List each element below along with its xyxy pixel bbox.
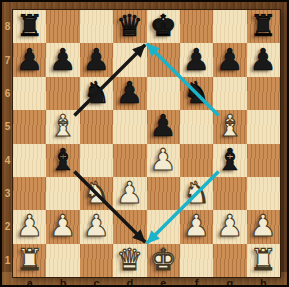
square-d6[interactable]: ♟	[113, 77, 146, 110]
square-h6[interactable]	[247, 77, 280, 110]
square-d2[interactable]	[113, 210, 146, 243]
square-c2[interactable]: ♟	[80, 210, 113, 243]
square-g8[interactable]	[213, 10, 246, 43]
rank-label-8: 8	[2, 10, 13, 43]
piece-black-pawn[interactable]: ♟	[183, 43, 210, 76]
file-label-h: h	[247, 277, 280, 287]
piece-black-pawn[interactable]: ♟	[250, 43, 277, 76]
rank-label-3: 3	[2, 177, 13, 210]
square-d7[interactable]	[113, 43, 146, 76]
square-h2[interactable]: ♟	[247, 210, 280, 243]
square-a1[interactable]: ♜	[13, 244, 46, 277]
square-e1[interactable]: ♚	[147, 244, 180, 277]
square-h7[interactable]: ♟	[247, 43, 280, 76]
piece-black-bishop[interactable]: ♝	[50, 143, 77, 176]
piece-black-pawn[interactable]: ♟	[116, 76, 143, 109]
piece-white-knight[interactable]: ♞	[183, 176, 210, 209]
square-g1[interactable]	[213, 244, 246, 277]
square-d4[interactable]	[113, 144, 146, 177]
square-d5[interactable]	[113, 110, 146, 143]
square-h4[interactable]	[247, 144, 280, 177]
square-g5[interactable]: ♝	[213, 110, 246, 143]
square-g2[interactable]: ♟	[213, 210, 246, 243]
square-h3[interactable]	[247, 177, 280, 210]
square-a2[interactable]: ♟	[13, 210, 46, 243]
square-b1[interactable]	[46, 244, 79, 277]
square-e2[interactable]	[147, 210, 180, 243]
square-h1[interactable]: ♜	[247, 244, 280, 277]
piece-white-bishop[interactable]: ♝	[50, 109, 77, 142]
file-label-f: f	[180, 277, 213, 287]
square-b6[interactable]	[46, 77, 79, 110]
square-g6[interactable]	[213, 77, 246, 110]
piece-black-pawn[interactable]: ♟	[216, 43, 243, 76]
piece-black-rook[interactable]: ♜	[16, 9, 43, 42]
piece-black-pawn[interactable]: ♟	[16, 43, 43, 76]
rank-labels: 87654321	[2, 10, 13, 277]
square-e8[interactable]: ♚	[147, 10, 180, 43]
piece-white-queen[interactable]: ♛	[116, 243, 143, 276]
square-g7[interactable]: ♟	[213, 43, 246, 76]
rank-label-2: 2	[2, 210, 13, 243]
piece-black-pawn[interactable]: ♟	[150, 109, 177, 142]
square-b7[interactable]: ♟	[46, 43, 79, 76]
piece-white-pawn[interactable]: ♟	[250, 209, 277, 242]
square-h8[interactable]: ♜	[247, 10, 280, 43]
square-c8[interactable]	[80, 10, 113, 43]
rank-label-6: 6	[2, 77, 13, 110]
square-b8[interactable]	[46, 10, 79, 43]
square-g3[interactable]	[213, 177, 246, 210]
square-c3[interactable]: ♞	[80, 177, 113, 210]
square-b3[interactable]	[46, 177, 79, 210]
square-b2[interactable]: ♟	[46, 210, 79, 243]
square-c5[interactable]	[80, 110, 113, 143]
file-labels: abcdefgh	[13, 277, 280, 287]
file-label-c: c	[80, 277, 113, 287]
piece-black-knight[interactable]: ♞	[183, 76, 210, 109]
piece-black-knight[interactable]: ♞	[83, 76, 110, 109]
chessboard: ♜♛♚♜♟♟♟♟♟♟♞♟♞♝♟♝♝♟♝♞♟♞♟♟♟♟♟♟♜♛♚♜	[13, 10, 280, 277]
file-label-a: a	[13, 277, 46, 287]
square-c7[interactable]: ♟	[80, 43, 113, 76]
rank-label-7: 7	[2, 43, 13, 76]
square-d8[interactable]: ♛	[113, 10, 146, 43]
square-a7[interactable]: ♟	[13, 43, 46, 76]
square-f8[interactable]	[180, 10, 213, 43]
square-b4[interactable]: ♝	[46, 144, 79, 177]
square-c1[interactable]	[80, 244, 113, 277]
square-f2[interactable]: ♟	[180, 210, 213, 243]
square-g4[interactable]: ♝	[213, 144, 246, 177]
piece-white-bishop[interactable]: ♝	[216, 109, 243, 142]
square-c4[interactable]	[80, 144, 113, 177]
piece-white-pawn[interactable]: ♟	[216, 209, 243, 242]
square-e7[interactable]	[147, 43, 180, 76]
piece-black-queen[interactable]: ♛	[116, 9, 143, 42]
square-f7[interactable]: ♟	[180, 43, 213, 76]
square-a8[interactable]: ♜	[13, 10, 46, 43]
piece-white-pawn[interactable]: ♟	[50, 209, 77, 242]
file-label-e: e	[147, 277, 180, 287]
piece-white-king[interactable]: ♚	[150, 243, 177, 276]
square-c6[interactable]: ♞	[80, 77, 113, 110]
rank-label-5: 5	[2, 110, 13, 143]
square-b5[interactable]: ♝	[46, 110, 79, 143]
square-f3[interactable]: ♞	[180, 177, 213, 210]
square-a5[interactable]	[13, 110, 46, 143]
square-a3[interactable]	[13, 177, 46, 210]
piece-white-pawn[interactable]: ♟	[150, 143, 177, 176]
piece-white-pawn[interactable]: ♟	[16, 209, 43, 242]
file-label-b: b	[46, 277, 79, 287]
piece-white-knight[interactable]: ♞	[83, 176, 110, 209]
piece-white-pawn[interactable]: ♟	[116, 176, 143, 209]
square-d1[interactable]: ♛	[113, 244, 146, 277]
piece-black-rook[interactable]: ♜	[250, 9, 277, 42]
square-e5[interactable]: ♟	[147, 110, 180, 143]
square-f4[interactable]	[180, 144, 213, 177]
piece-white-pawn[interactable]: ♟	[183, 209, 210, 242]
square-f5[interactable]	[180, 110, 213, 143]
piece-black-bishop[interactable]: ♝	[216, 143, 243, 176]
square-f6[interactable]: ♞	[180, 77, 213, 110]
square-e4[interactable]: ♟	[147, 144, 180, 177]
file-label-d: d	[113, 277, 146, 287]
square-a6[interactable]	[13, 77, 46, 110]
file-label-g: g	[213, 277, 246, 287]
square-e3[interactable]	[147, 177, 180, 210]
piece-black-king[interactable]: ♚	[150, 9, 177, 42]
chessboard-frame: 87654321 ♜♛♚♜♟♟♟♟♟♟♞♟♞♝♟♝♝♟♝♞♟♞♟♟♟♟♟♟♜♛♚…	[0, 0, 289, 287]
piece-black-pawn[interactable]: ♟	[50, 43, 77, 76]
piece-black-pawn[interactable]: ♟	[83, 43, 110, 76]
square-h5[interactable]	[247, 110, 280, 143]
rank-label-4: 4	[2, 144, 13, 177]
square-e6[interactable]	[147, 77, 180, 110]
rank-label-1: 1	[2, 244, 13, 277]
piece-white-pawn[interactable]: ♟	[83, 209, 110, 242]
piece-white-rook[interactable]: ♜	[250, 243, 277, 276]
piece-white-rook[interactable]: ♜	[16, 243, 43, 276]
square-d3[interactable]: ♟	[113, 177, 146, 210]
square-a4[interactable]	[13, 144, 46, 177]
square-f1[interactable]	[180, 244, 213, 277]
